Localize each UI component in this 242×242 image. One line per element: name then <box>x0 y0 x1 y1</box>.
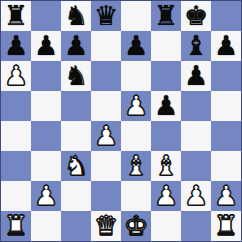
square-d6[interactable] <box>91 61 121 91</box>
square-e7[interactable]: ♟ <box>121 31 151 61</box>
square-e5[interactable]: ♟ <box>121 91 151 121</box>
square-a3[interactable] <box>1 151 31 181</box>
square-f5[interactable]: ♟ <box>151 91 181 121</box>
square-h5[interactable] <box>211 91 241 121</box>
square-a6[interactable]: ♟ <box>1 61 31 91</box>
white-knight[interactable]: ♞ <box>64 151 88 181</box>
square-g6[interactable]: ♟ <box>181 61 211 91</box>
square-h8[interactable] <box>211 1 241 31</box>
square-c2[interactable] <box>61 181 91 211</box>
square-b2[interactable]: ♟ <box>31 181 61 211</box>
square-a1[interactable]: ♜ <box>1 211 31 241</box>
square-b8[interactable] <box>31 1 61 31</box>
square-h2[interactable]: ♟ <box>211 181 241 211</box>
square-d8[interactable]: ♛ <box>91 1 121 31</box>
square-h7[interactable]: ♟ <box>211 31 241 61</box>
black-king[interactable]: ♚ <box>184 1 208 31</box>
square-c3[interactable]: ♞ <box>61 151 91 181</box>
white-rook[interactable]: ♜ <box>4 211 28 241</box>
square-e1[interactable]: ♚ <box>121 211 151 241</box>
black-pawn[interactable]: ♟ <box>34 31 58 61</box>
square-a7[interactable]: ♟ <box>1 31 31 61</box>
square-d3[interactable] <box>91 151 121 181</box>
square-g7[interactable]: ♝ <box>181 31 211 61</box>
square-f2[interactable]: ♟ <box>151 181 181 211</box>
square-c5[interactable] <box>61 91 91 121</box>
white-king[interactable]: ♚ <box>124 211 148 241</box>
white-bishop[interactable]: ♝ <box>124 151 148 181</box>
square-c6[interactable]: ♞ <box>61 61 91 91</box>
black-rook[interactable]: ♜ <box>154 1 178 31</box>
black-pawn[interactable]: ♟ <box>214 31 238 61</box>
square-f6[interactable] <box>151 61 181 91</box>
white-pawn[interactable]: ♟ <box>124 91 148 121</box>
white-pawn[interactable]: ♟ <box>184 181 208 211</box>
square-e3[interactable]: ♝ <box>121 151 151 181</box>
square-a5[interactable] <box>1 91 31 121</box>
black-bishop[interactable]: ♝ <box>184 31 208 61</box>
black-pawn[interactable]: ♟ <box>154 91 178 121</box>
white-bishop[interactable]: ♝ <box>154 151 178 181</box>
square-b4[interactable] <box>31 121 61 151</box>
square-a4[interactable] <box>1 121 31 151</box>
chess-board: ♜♞♛♜♚♟♟♟♟♝♟♟♞♟♟♟♟♞♝♝♟♟♟♟♜♛♚♜ <box>0 0 242 242</box>
white-pawn[interactable]: ♟ <box>94 121 118 151</box>
square-d2[interactable] <box>91 181 121 211</box>
square-g4[interactable] <box>181 121 211 151</box>
square-c8[interactable]: ♞ <box>61 1 91 31</box>
square-a8[interactable]: ♜ <box>1 1 31 31</box>
square-e8[interactable] <box>121 1 151 31</box>
square-f3[interactable]: ♝ <box>151 151 181 181</box>
square-c4[interactable] <box>61 121 91 151</box>
black-knight[interactable]: ♞ <box>64 1 88 31</box>
square-d1[interactable]: ♛ <box>91 211 121 241</box>
black-pawn[interactable]: ♟ <box>184 61 208 91</box>
white-pawn[interactable]: ♟ <box>154 181 178 211</box>
square-b6[interactable] <box>31 61 61 91</box>
square-h3[interactable] <box>211 151 241 181</box>
square-c1[interactable] <box>61 211 91 241</box>
square-f4[interactable] <box>151 121 181 151</box>
black-knight[interactable]: ♞ <box>64 61 88 91</box>
square-e4[interactable] <box>121 121 151 151</box>
black-pawn[interactable]: ♟ <box>124 31 148 61</box>
square-c7[interactable]: ♟ <box>61 31 91 61</box>
white-rook[interactable]: ♜ <box>214 211 238 241</box>
square-d4[interactable]: ♟ <box>91 121 121 151</box>
square-e2[interactable] <box>121 181 151 211</box>
square-h6[interactable] <box>211 61 241 91</box>
black-pawn[interactable]: ♟ <box>64 31 88 61</box>
black-pawn[interactable]: ♟ <box>4 31 28 61</box>
square-b1[interactable] <box>31 211 61 241</box>
black-queen[interactable]: ♛ <box>94 1 118 31</box>
square-h1[interactable]: ♜ <box>211 211 241 241</box>
square-a2[interactable] <box>1 181 31 211</box>
square-f8[interactable]: ♜ <box>151 1 181 31</box>
square-b7[interactable]: ♟ <box>31 31 61 61</box>
square-g3[interactable] <box>181 151 211 181</box>
square-b3[interactable] <box>31 151 61 181</box>
white-pawn[interactable]: ♟ <box>34 181 58 211</box>
square-f1[interactable] <box>151 211 181 241</box>
square-g5[interactable] <box>181 91 211 121</box>
square-d5[interactable] <box>91 91 121 121</box>
square-g8[interactable]: ♚ <box>181 1 211 31</box>
white-queen[interactable]: ♛ <box>94 211 118 241</box>
black-rook[interactable]: ♜ <box>4 1 28 31</box>
square-f7[interactable] <box>151 31 181 61</box>
square-b5[interactable] <box>31 91 61 121</box>
square-e6[interactable] <box>121 61 151 91</box>
square-d7[interactable] <box>91 31 121 61</box>
square-g1[interactable] <box>181 211 211 241</box>
white-pawn[interactable]: ♟ <box>4 61 28 91</box>
white-pawn[interactable]: ♟ <box>214 181 238 211</box>
square-g2[interactable]: ♟ <box>181 181 211 211</box>
square-h4[interactable] <box>211 121 241 151</box>
